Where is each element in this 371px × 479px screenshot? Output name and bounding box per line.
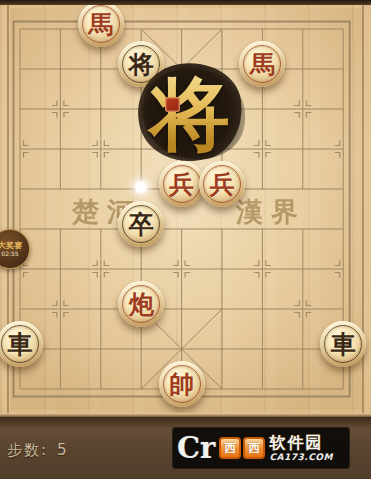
board-grid: 楚河 漢界: [0, 0, 371, 417]
piece-label: 車: [8, 332, 33, 357]
piece-label: 兵: [210, 172, 235, 197]
piece-label: 車: [331, 332, 356, 357]
piece-red-soldier-2[interactable]: 兵: [199, 161, 245, 207]
step-counter-label: 步数:: [7, 441, 48, 459]
board[interactable]: 楚河 漢界 馬将馬兵兵卒炮車車帥 将 大奖赛 02:55: [0, 0, 371, 417]
step-counter: 步数:5: [7, 441, 67, 460]
piece-label: 帥: [169, 372, 194, 397]
event-badge-title: 大奖赛: [0, 241, 22, 251]
piece-label: 炮: [129, 292, 154, 317]
watermark-site-url: CA173.COM: [269, 453, 333, 462]
watermark-xi-icon-1: 西: [219, 437, 241, 459]
piece-red-cannon[interactable]: 炮: [118, 281, 164, 327]
piece-label: 兵: [169, 172, 194, 197]
watermark-site-name: 软件园: [269, 435, 333, 451]
piece-label: 将: [129, 52, 154, 77]
piece-black-general[interactable]: 将: [118, 41, 164, 87]
watermark-cr-icon: Cr: [177, 431, 215, 465]
piece-label: 馬: [88, 12, 113, 37]
piece-black-soldier[interactable]: 卒: [118, 201, 164, 247]
river-label-right: 漢界: [235, 196, 306, 227]
watermark-xi-icon-2: 西: [243, 437, 265, 459]
step-counter-value: 5: [57, 441, 67, 459]
piece-red-horse-1[interactable]: 馬: [78, 1, 124, 47]
piece-label: 卒: [129, 212, 154, 237]
piece-red-soldier-1[interactable]: 兵: [159, 161, 205, 207]
bottom-bar: 步数:5 Cr 西 西 软件园 CA173.COM: [0, 417, 371, 479]
watermark-logo: Cr 西 西 软件园 CA173.COM: [172, 427, 350, 469]
xiangqi-app-screen: 楚河 漢界 馬将馬兵兵卒炮車車帥 将 大奖赛 02:55 步数:5 Cr 西 西…: [0, 0, 371, 479]
event-badge-timer: 02:55: [1, 250, 18, 257]
top-strip: [0, 0, 371, 5]
piece-black-chariot-2[interactable]: 車: [320, 321, 366, 367]
piece-red-general[interactable]: 帥: [159, 361, 205, 407]
piece-label: 馬: [250, 52, 275, 77]
